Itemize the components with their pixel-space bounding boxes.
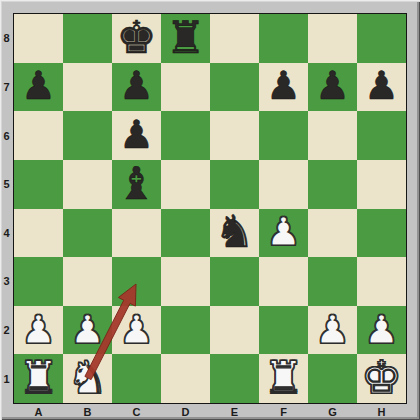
white-rook: ♜	[263, 355, 303, 400]
square-c7[interactable]: ♟	[112, 63, 161, 112]
square-g7[interactable]: ♟	[308, 63, 357, 112]
square-a6[interactable]	[14, 111, 63, 160]
square-f7[interactable]: ♟	[259, 63, 308, 112]
rank-label-8: 8	[3, 32, 9, 44]
square-a8[interactable]	[14, 14, 63, 63]
square-h3[interactable]	[357, 257, 406, 306]
square-b7[interactable]	[63, 63, 112, 112]
black-pawn: ♟	[119, 66, 154, 105]
square-c4[interactable]	[112, 209, 161, 258]
square-h5[interactable]	[357, 160, 406, 209]
square-f2[interactable]	[259, 306, 308, 355]
square-h8[interactable]	[357, 14, 406, 63]
square-a5[interactable]	[14, 160, 63, 209]
square-h7[interactable]: ♟	[357, 63, 406, 112]
file-label-d: D	[182, 406, 190, 418]
square-d7[interactable]	[161, 63, 210, 112]
white-knight: ♞	[67, 355, 107, 400]
black-bishop: ♝	[116, 161, 156, 206]
file-label-c: C	[133, 406, 141, 418]
square-d5[interactable]	[161, 160, 210, 209]
square-h4[interactable]	[357, 209, 406, 258]
square-c3[interactable]	[112, 257, 161, 306]
black-king: ♚	[116, 15, 156, 60]
file-label-h: H	[378, 406, 386, 418]
square-c8[interactable]: ♚	[112, 14, 161, 63]
file-label-g: G	[328, 406, 337, 418]
rank-label-2: 2	[3, 324, 9, 336]
square-a7[interactable]: ♟	[14, 63, 63, 112]
black-pawn: ♟	[21, 66, 56, 105]
square-a1[interactable]: ♜	[14, 354, 63, 403]
rank-label-4: 4	[3, 227, 9, 239]
black-rook: ♜	[165, 15, 205, 60]
square-c5[interactable]: ♝	[112, 160, 161, 209]
black-pawn: ♟	[119, 115, 154, 154]
white-rook: ♜	[18, 355, 58, 400]
file-label-a: A	[35, 406, 43, 418]
rank-label-1: 1	[3, 373, 9, 385]
rank-label-3: 3	[3, 275, 9, 287]
square-a4[interactable]	[14, 209, 63, 258]
square-f8[interactable]	[259, 14, 308, 63]
rank-label-7: 7	[3, 81, 9, 93]
white-pawn: ♟	[21, 310, 56, 349]
square-e5[interactable]	[210, 160, 259, 209]
square-c6[interactable]: ♟	[112, 111, 161, 160]
square-g3[interactable]	[308, 257, 357, 306]
square-b5[interactable]	[63, 160, 112, 209]
rank-label-5: 5	[3, 178, 9, 190]
square-e2[interactable]	[210, 306, 259, 355]
black-pawn: ♟	[364, 66, 399, 105]
white-king: ♚	[361, 355, 401, 400]
square-b8[interactable]	[63, 14, 112, 63]
white-pawn: ♟	[70, 310, 105, 349]
rank-label-6: 6	[3, 130, 9, 142]
square-e8[interactable]	[210, 14, 259, 63]
square-g1[interactable]	[308, 354, 357, 403]
black-pawn: ♟	[315, 66, 350, 105]
square-e1[interactable]	[210, 354, 259, 403]
square-d2[interactable]	[161, 306, 210, 355]
white-pawn: ♟	[266, 212, 301, 251]
file-label-e: E	[231, 406, 238, 418]
square-b4[interactable]	[63, 209, 112, 258]
square-f1[interactable]: ♜	[259, 354, 308, 403]
black-knight: ♞	[214, 209, 254, 254]
square-b3[interactable]	[63, 257, 112, 306]
square-d4[interactable]	[161, 209, 210, 258]
square-e3[interactable]	[210, 257, 259, 306]
square-d6[interactable]	[161, 111, 210, 160]
square-f5[interactable]	[259, 160, 308, 209]
square-e6[interactable]	[210, 111, 259, 160]
square-g8[interactable]	[308, 14, 357, 63]
file-label-b: B	[84, 406, 92, 418]
square-h1[interactable]: ♚	[357, 354, 406, 403]
square-e7[interactable]	[210, 63, 259, 112]
square-b2[interactable]: ♟	[63, 306, 112, 355]
square-f4[interactable]: ♟	[259, 209, 308, 258]
square-a3[interactable]	[14, 257, 63, 306]
square-g4[interactable]	[308, 209, 357, 258]
square-g2[interactable]: ♟	[308, 306, 357, 355]
square-h2[interactable]: ♟	[357, 306, 406, 355]
square-a2[interactable]: ♟	[14, 306, 63, 355]
square-b6[interactable]	[63, 111, 112, 160]
square-d3[interactable]	[161, 257, 210, 306]
white-pawn: ♟	[315, 310, 350, 349]
square-g5[interactable]	[308, 160, 357, 209]
square-f3[interactable]	[259, 257, 308, 306]
white-pawn: ♟	[119, 310, 154, 349]
chess-board: ♚♜♟♟♟♟♟♟♝♞♟♟♟♟♟♟♜♞♜♚	[13, 13, 407, 404]
square-d1[interactable]	[161, 354, 210, 403]
square-g6[interactable]	[308, 111, 357, 160]
square-c1[interactable]	[112, 354, 161, 403]
square-e4[interactable]: ♞	[210, 209, 259, 258]
square-b1[interactable]: ♞	[63, 354, 112, 403]
file-label-f: F	[280, 406, 287, 418]
square-f6[interactable]	[259, 111, 308, 160]
square-c2[interactable]: ♟	[112, 306, 161, 355]
square-d8[interactable]: ♜	[161, 14, 210, 63]
board-frame: ♚♜♟♟♟♟♟♟♝♞♟♟♟♟♟♟♜♞♜♚ 87654321ABCDEFGH	[0, 0, 420, 420]
black-pawn: ♟	[266, 66, 301, 105]
white-pawn: ♟	[364, 310, 399, 349]
square-h6[interactable]	[357, 111, 406, 160]
